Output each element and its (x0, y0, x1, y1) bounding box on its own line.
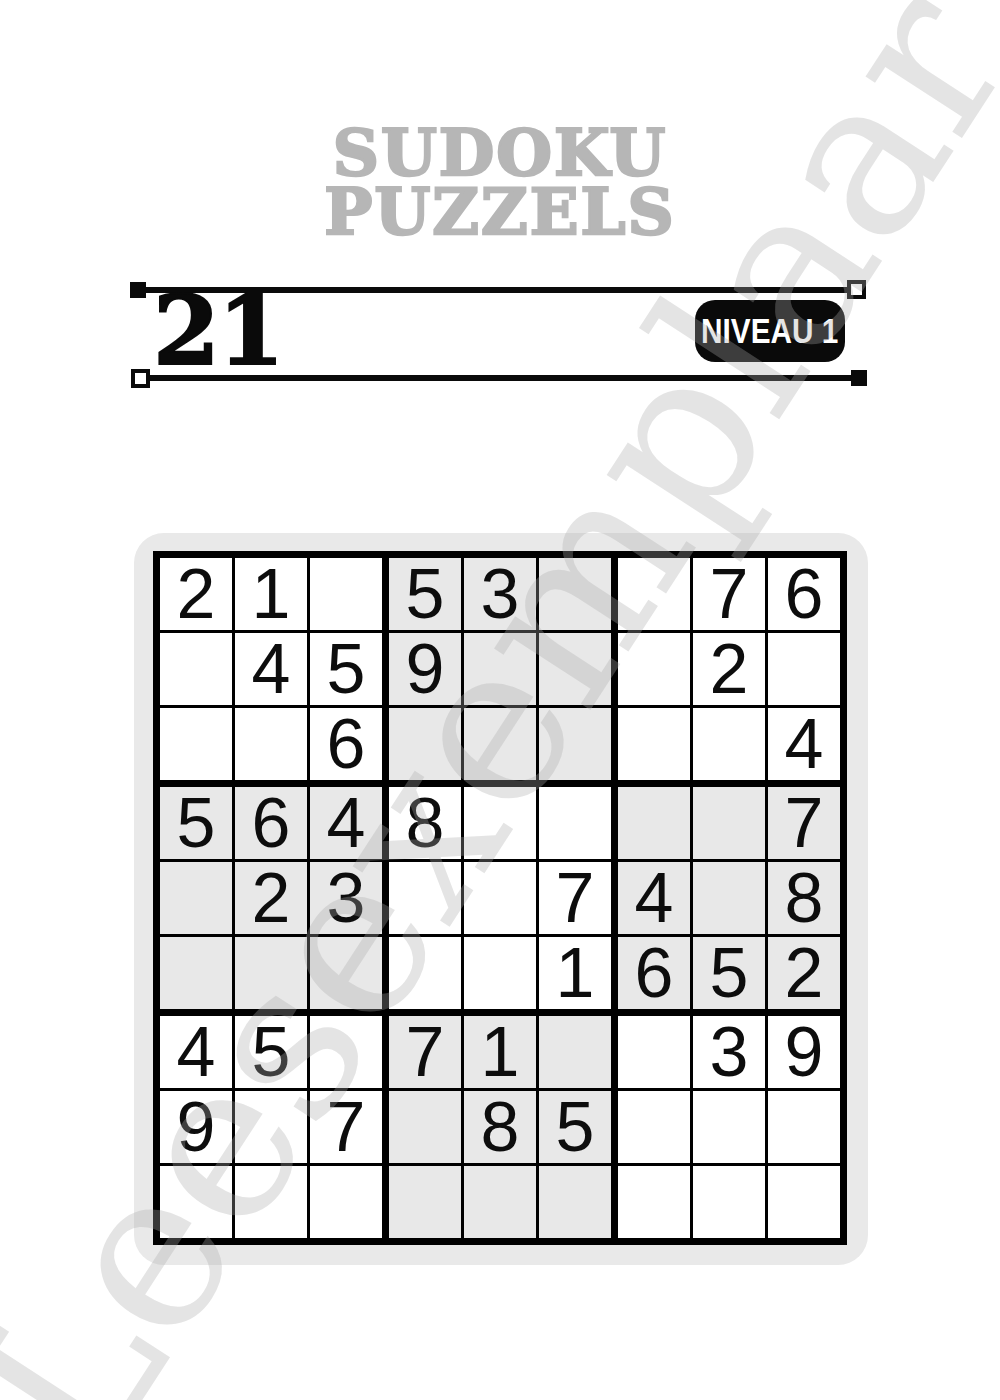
level-badge-label: NIVEAU 1 (701, 311, 838, 351)
sudoku-cell-r7c7[interactable] (618, 1016, 693, 1091)
sudoku-cell-r9c2[interactable] (235, 1166, 310, 1238)
sudoku-cell-r6c5[interactable] (464, 937, 539, 1016)
sudoku-cell-r5c7[interactable]: 4 (618, 862, 693, 937)
sudoku-cell-r1c6[interactable] (539, 558, 618, 633)
sudoku-cell-r6c8[interactable]: 5 (693, 937, 768, 1016)
sudoku-cell-r7c1[interactable]: 4 (160, 1016, 235, 1091)
sudoku-cell-r2c5[interactable] (464, 633, 539, 708)
sudoku-cell-r5c6[interactable]: 7 (539, 862, 618, 937)
sudoku-cell-r2c3[interactable]: 5 (310, 633, 389, 708)
sudoku-cell-r5c3[interactable]: 3 (310, 862, 389, 937)
level-badge: NIVEAU 1 (695, 300, 845, 362)
sudoku-cell-r9c4[interactable] (389, 1166, 464, 1238)
sudoku-cell-r7c8[interactable]: 3 (693, 1016, 768, 1091)
sudoku-cell-r3c1[interactable] (160, 708, 235, 787)
sudoku-cell-r2c1[interactable] (160, 633, 235, 708)
sudoku-cell-r2c8[interactable]: 2 (693, 633, 768, 708)
sudoku-cell-r2c2[interactable]: 4 (235, 633, 310, 708)
sudoku-cell-r9c6[interactable] (539, 1166, 618, 1238)
sudoku-cell-r1c2[interactable]: 1 (235, 558, 310, 633)
sudoku-cell-r4c5[interactable] (464, 787, 539, 862)
sudoku-cell-r6c6[interactable]: 1 (539, 937, 618, 1016)
sudoku-cell-r5c4[interactable] (389, 862, 464, 937)
sudoku-cell-r3c5[interactable] (464, 708, 539, 787)
sudoku-cell-r3c7[interactable] (618, 708, 693, 787)
sudoku-cell-r6c3[interactable] (310, 937, 389, 1016)
sudoku-board: 215376459264564872374816524571399785 (153, 551, 847, 1245)
sudoku-cell-r8c4[interactable] (389, 1091, 464, 1166)
sudoku-cell-r3c9[interactable]: 4 (768, 708, 840, 787)
sudoku-cell-r8c7[interactable] (618, 1091, 693, 1166)
sudoku-cell-r4c6[interactable] (539, 787, 618, 862)
sudoku-cell-r6c2[interactable] (235, 937, 310, 1016)
sudoku-cell-r4c1[interactable]: 5 (160, 787, 235, 862)
page-title: SUDOKU PUZZELS (0, 124, 1000, 242)
sudoku-cell-r1c1[interactable]: 2 (160, 558, 235, 633)
sudoku-cell-r4c9[interactable]: 7 (768, 787, 840, 862)
sudoku-cell-r2c7[interactable] (618, 633, 693, 708)
sudoku-cell-r8c3[interactable]: 7 (310, 1091, 389, 1166)
sudoku-cell-r8c6[interactable]: 5 (539, 1091, 618, 1166)
sudoku-cell-r9c3[interactable] (310, 1166, 389, 1238)
sudoku-cell-r1c9[interactable]: 6 (768, 558, 840, 633)
sudoku-cell-r7c4[interactable]: 7 (389, 1016, 464, 1091)
sudoku-cell-r5c1[interactable] (160, 862, 235, 937)
sudoku-cell-r3c4[interactable] (389, 708, 464, 787)
sudoku-cell-r6c9[interactable]: 2 (768, 937, 840, 1016)
sudoku-cell-r7c5[interactable]: 1 (464, 1016, 539, 1091)
sudoku-cell-r5c9[interactable]: 8 (768, 862, 840, 937)
rule-endcap-hollow-icon (131, 369, 150, 388)
sudoku-cell-r3c8[interactable] (693, 708, 768, 787)
sudoku-cell-r3c3[interactable]: 6 (310, 708, 389, 787)
sudoku-cell-r1c3[interactable] (310, 558, 389, 633)
sudoku-cell-r8c5[interactable]: 8 (464, 1091, 539, 1166)
sudoku-cell-r2c9[interactable] (768, 633, 840, 708)
sudoku-cell-r6c1[interactable] (160, 937, 235, 1016)
sudoku-cell-r7c9[interactable]: 9 (768, 1016, 840, 1091)
sudoku-cell-r8c1[interactable]: 9 (160, 1091, 235, 1166)
sudoku-cell-r8c8[interactable] (693, 1091, 768, 1166)
sudoku-cell-r9c1[interactable] (160, 1166, 235, 1238)
sudoku-cell-r9c8[interactable] (693, 1166, 768, 1238)
sudoku-cell-r8c2[interactable] (235, 1091, 310, 1166)
sudoku-cell-r9c5[interactable] (464, 1166, 539, 1238)
sudoku-cell-r9c7[interactable] (618, 1166, 693, 1238)
sudoku-cell-r7c6[interactable] (539, 1016, 618, 1091)
sudoku-cell-r1c4[interactable]: 5 (389, 558, 464, 633)
sudoku-cell-r4c3[interactable]: 4 (310, 787, 389, 862)
page-title-line2: PUZZELS (0, 183, 1000, 242)
sudoku-cell-r4c8[interactable] (693, 787, 768, 862)
sudoku-cell-r2c6[interactable] (539, 633, 618, 708)
puzzle-number: 21 (153, 283, 283, 379)
sudoku-cell-r1c8[interactable]: 7 (693, 558, 768, 633)
sudoku-cell-r2c4[interactable]: 9 (389, 633, 464, 708)
sudoku-cell-r9c9[interactable] (768, 1166, 840, 1238)
sudoku-cell-r6c7[interactable]: 6 (618, 937, 693, 1016)
sudoku-cell-r7c2[interactable]: 5 (235, 1016, 310, 1091)
sudoku-cell-r1c7[interactable] (618, 558, 693, 633)
rule-endcap-filled-icon (130, 282, 146, 298)
rule-endcap-hollow-icon (847, 280, 866, 299)
sudoku-cell-r6c4[interactable] (389, 937, 464, 1016)
rule-endcap-filled-icon (851, 370, 867, 386)
sudoku-cell-r3c2[interactable] (235, 708, 310, 787)
sudoku-cell-r5c2[interactable]: 2 (235, 862, 310, 937)
sudoku-cell-r4c4[interactable]: 8 (389, 787, 464, 862)
sudoku-cell-r5c8[interactable] (693, 862, 768, 937)
sudoku-cell-r1c5[interactable]: 3 (464, 558, 539, 633)
sudoku-cell-r8c9[interactable] (768, 1091, 840, 1166)
sudoku-cell-r5c5[interactable] (464, 862, 539, 937)
sudoku-cell-r4c2[interactable]: 6 (235, 787, 310, 862)
sudoku-cell-r3c6[interactable] (539, 708, 618, 787)
sudoku-cell-r4c7[interactable] (618, 787, 693, 862)
sudoku-cell-r7c3[interactable] (310, 1016, 389, 1091)
